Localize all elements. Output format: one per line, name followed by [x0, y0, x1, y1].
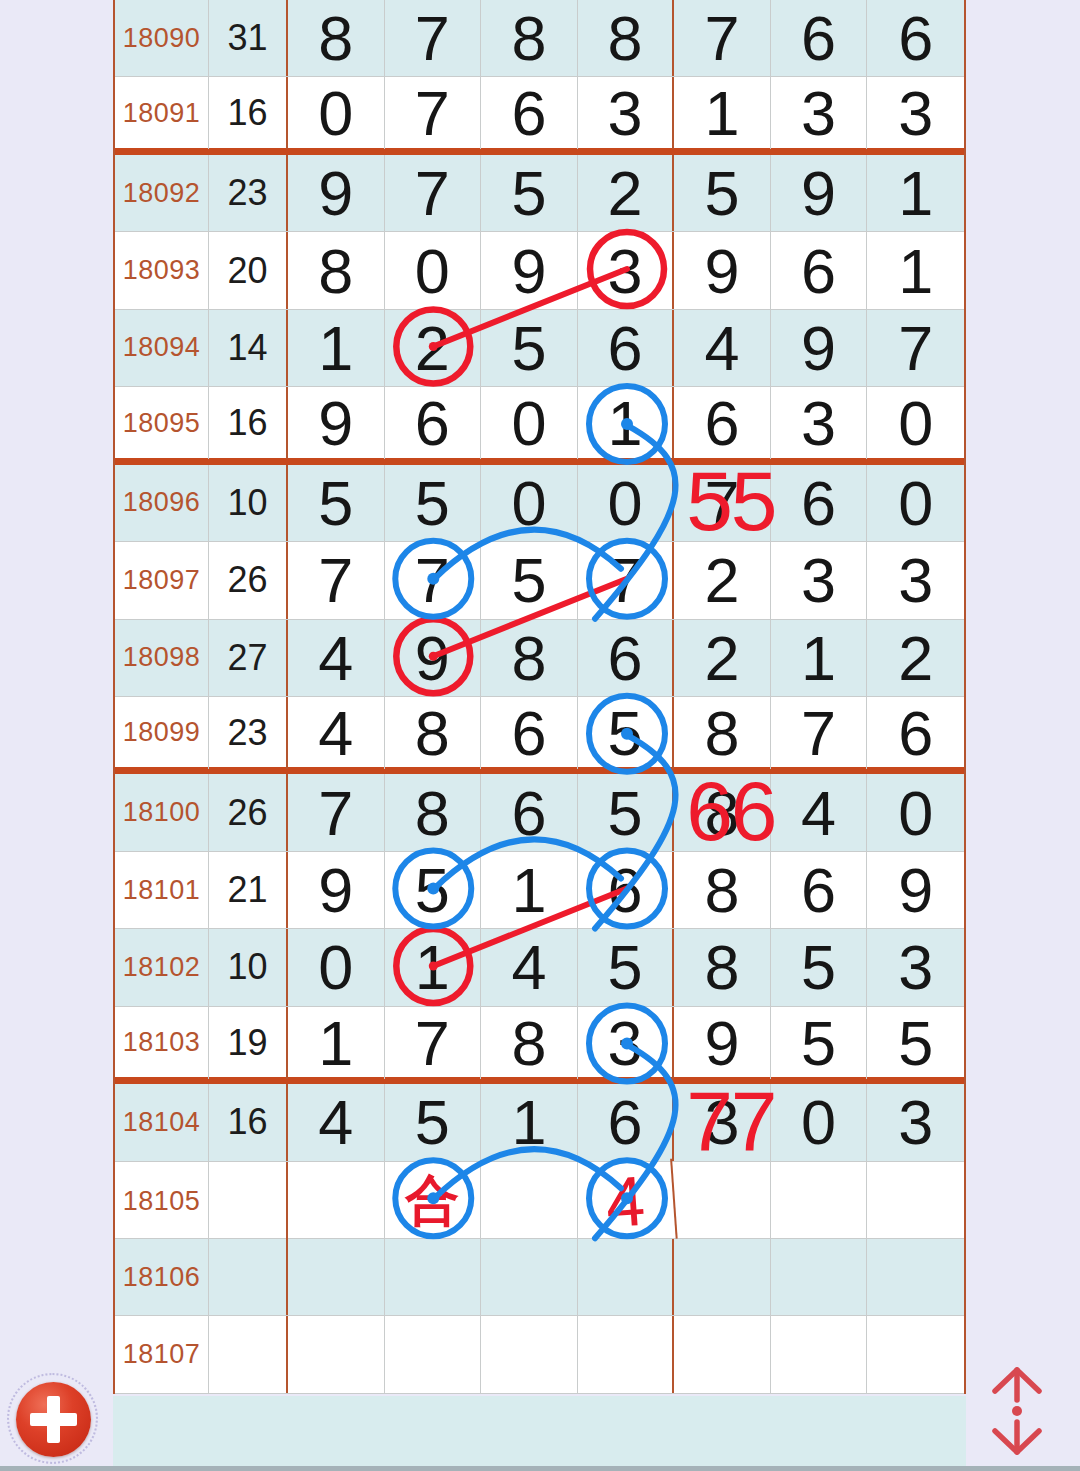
digit-cell: 5: [578, 774, 675, 850]
digit-cell: 5: [385, 852, 482, 928]
table-row: 18094141256497: [115, 310, 964, 387]
digit-cell: 9: [771, 310, 868, 386]
digit-cell: 7: [385, 77, 482, 149]
digit-cell: 6: [481, 774, 578, 850]
digit-cell: 1: [288, 1007, 385, 1079]
digit-cell: 7: [674, 465, 771, 541]
digit-cell: [481, 1239, 578, 1315]
digit-cell: 6: [578, 852, 675, 928]
digit-cell: 6: [674, 387, 771, 459]
digit-cell: [674, 1162, 771, 1242]
sum-cell: 16: [209, 1084, 288, 1160]
digit-cell: [674, 1316, 771, 1392]
table-row: 18100267865840: [115, 774, 964, 851]
digit-cell: 0: [771, 1084, 868, 1160]
digit-cell: 0: [385, 232, 482, 308]
down-arrow-icon: [995, 1422, 1039, 1452]
digit-cell: 3: [578, 232, 675, 308]
digit-cell: 3: [867, 929, 964, 1005]
digit-cell: 5: [674, 155, 771, 231]
digit-cell: 3: [674, 1084, 771, 1160]
digit-cell: [385, 1239, 482, 1315]
digit-cell: 8: [578, 0, 675, 76]
period-cell: 18106: [115, 1239, 209, 1315]
digit-cell: 2: [867, 620, 964, 696]
table-row: 18102100145853: [115, 929, 964, 1006]
digit-cell: 9: [674, 1007, 771, 1079]
digit-cell: 4: [481, 929, 578, 1005]
period-cell: 18097: [115, 542, 209, 618]
trend-table: 1809031878876618091160763133180922397525…: [113, 0, 966, 1394]
sum-cell: 23: [209, 155, 288, 231]
digit-cell: 3: [578, 1007, 675, 1079]
table-row: 18095169601630: [115, 387, 964, 464]
table-row: 18096105500760: [115, 465, 964, 542]
digit-cell: 5: [578, 697, 675, 769]
digit-cell: 0: [867, 387, 964, 459]
sum-cell: [209, 1316, 288, 1392]
digit-cell: 6: [771, 465, 868, 541]
digit-cell: 1: [674, 77, 771, 149]
digit-cell: 7: [385, 155, 482, 231]
sum-cell: [209, 1162, 288, 1242]
period-cell: 18090: [115, 0, 209, 76]
sum-cell: 31: [209, 0, 288, 76]
digit-cell: 8: [674, 929, 771, 1005]
digit-cell: 0: [288, 77, 385, 149]
digit-cell: 0: [867, 774, 964, 850]
period-cell: 18092: [115, 155, 209, 231]
digit-cell: 2: [385, 310, 482, 386]
digit-cell: [867, 1316, 964, 1392]
sum-cell: 16: [209, 77, 288, 149]
digit-cell: 8: [481, 620, 578, 696]
digit-cell: 0: [481, 387, 578, 459]
period-cell: 18091: [115, 77, 209, 149]
digit-cell: 9: [674, 232, 771, 308]
digit-cell: 5: [481, 310, 578, 386]
sum-cell: 16: [209, 387, 288, 459]
digit-cell: [771, 1162, 868, 1242]
digit-cell: 4: [288, 697, 385, 769]
digit-cell: 8: [288, 0, 385, 76]
digit-cell: 6: [578, 310, 675, 386]
digit-cell: 6: [771, 852, 868, 928]
digit-cell: 4: [288, 1084, 385, 1160]
digit-cell: 7: [385, 1007, 482, 1079]
period-cell: 18093: [115, 232, 209, 308]
table-row: 18098274986212: [115, 620, 964, 697]
digit-cell: 9: [385, 620, 482, 696]
digit-cell: 1: [771, 620, 868, 696]
period-cell: 18098: [115, 620, 209, 696]
digit-cell: 6: [481, 77, 578, 149]
digit-cell: 6: [771, 0, 868, 76]
digit-cell: [674, 1239, 771, 1315]
digit-cell: 5: [385, 1084, 482, 1160]
digit-cell: 1: [288, 310, 385, 386]
digit-cell: 6: [867, 0, 964, 76]
digit-cell: 4: [674, 310, 771, 386]
digit-cell: 5: [771, 929, 868, 1005]
lottery-trend-page: 1809031878876618091160763133180922397525…: [0, 0, 1080, 1471]
digit-cell: 8: [481, 0, 578, 76]
digit-cell: [288, 1162, 385, 1242]
digit-cell: 3: [771, 387, 868, 459]
table-row: 18105合4: [115, 1162, 964, 1239]
digit-cell: [578, 1316, 675, 1392]
table-row: 18099234865876: [115, 697, 964, 774]
table-row: 18104164516303: [115, 1084, 964, 1161]
digit-cell: 3: [867, 542, 964, 618]
digit-cell: 1: [385, 929, 482, 1005]
digit-cell: 8: [385, 774, 482, 850]
digit-cell: 6: [578, 620, 675, 696]
digit-cell: 6: [867, 697, 964, 769]
digit-cell: 1: [867, 155, 964, 231]
digit-cell: 8: [481, 1007, 578, 1079]
period-cell: 18095: [115, 387, 209, 459]
sum-cell: 20: [209, 232, 288, 308]
table-row: 18106: [115, 1239, 964, 1316]
digit-cell: 5: [867, 1007, 964, 1079]
table-row: 18101219516869: [115, 852, 964, 929]
period-cell: 18096: [115, 465, 209, 541]
digit-cell: 1: [578, 387, 675, 459]
digit-cell: 7: [674, 0, 771, 76]
digit-cell: 7: [578, 542, 675, 618]
digit-cell: 5: [578, 929, 675, 1005]
digit-cell: [481, 1316, 578, 1392]
table-row: 18090318788766: [115, 0, 964, 77]
sum-cell: 23: [209, 697, 288, 769]
digit-cell: 8: [674, 852, 771, 928]
digit-cell: 9: [288, 155, 385, 231]
digit-cell: 4: [288, 620, 385, 696]
period-cell: 18100: [115, 774, 209, 850]
table-row: 18107: [115, 1316, 964, 1393]
bottom-strip: [113, 1396, 966, 1466]
digit-cell: 3: [771, 77, 868, 149]
digit-cell: 6: [481, 697, 578, 769]
digit-cell: 5: [771, 1007, 868, 1079]
digit-cell: 9: [288, 387, 385, 459]
digit-cell: 9: [771, 155, 868, 231]
digit-cell: 8: [385, 697, 482, 769]
sum-cell: 14: [209, 310, 288, 386]
digit-cell: 7: [385, 542, 482, 618]
digit-cell: 2: [674, 620, 771, 696]
digit-cell: [771, 1239, 868, 1315]
digit-cell: [771, 1316, 868, 1392]
digit-cell: 0: [578, 465, 675, 541]
digit-cell: 9: [481, 232, 578, 308]
digit-cell: 5: [481, 155, 578, 231]
digit-cell: 0: [481, 465, 578, 541]
scroll-arrows[interactable]: [983, 1362, 1053, 1458]
period-cell: 18101: [115, 852, 209, 928]
table-row: 18091160763133: [115, 77, 964, 154]
digit-cell: 3: [867, 1084, 964, 1160]
sum-cell: 26: [209, 542, 288, 618]
digit-cell: [481, 1162, 578, 1242]
digit-cell: [385, 1316, 482, 1392]
digit-cell: 合: [385, 1162, 482, 1242]
table-row: 18093208093961: [115, 232, 964, 309]
digit-cell: 4: [575, 1158, 677, 1245]
up-arrow-icon: [995, 1370, 1039, 1400]
period-cell: 18105: [115, 1162, 209, 1242]
digit-cell: 0: [288, 929, 385, 1005]
period-cell: 18103: [115, 1007, 209, 1079]
digit-cell: 6: [385, 387, 482, 459]
digit-cell: 7: [385, 0, 482, 76]
digit-cell: 5: [385, 465, 482, 541]
sum-cell: 26: [209, 774, 288, 850]
sum-cell: 21: [209, 852, 288, 928]
digit-cell: 8: [674, 774, 771, 850]
digit-cell: 2: [578, 155, 675, 231]
digit-cell: 9: [867, 852, 964, 928]
sum-cell: 27: [209, 620, 288, 696]
sum-cell: [209, 1239, 288, 1315]
add-button[interactable]: [16, 1382, 91, 1457]
plus-icon: [47, 1396, 60, 1443]
bottom-edge-bar: [0, 1466, 1080, 1471]
digit-cell: 3: [578, 77, 675, 149]
digit-cell: 5: [481, 542, 578, 618]
digit-cell: 1: [481, 852, 578, 928]
table-row: 18092239752591: [115, 155, 964, 232]
digit-cell: 2: [674, 542, 771, 618]
table-row: 18097267757233: [115, 542, 964, 619]
digit-cell: 8: [288, 232, 385, 308]
digit-cell: 6: [771, 232, 868, 308]
digit-cell: [867, 1239, 964, 1315]
digit-cell: 0: [867, 465, 964, 541]
period-cell: 18104: [115, 1084, 209, 1160]
period-cell: 18107: [115, 1316, 209, 1392]
digit-cell: 9: [288, 852, 385, 928]
digit-cell: 7: [867, 310, 964, 386]
digit-cell: 7: [771, 697, 868, 769]
digit-cell: [867, 1162, 964, 1242]
digit-cell: 3: [867, 77, 964, 149]
digit-cell: [288, 1316, 385, 1392]
period-cell: 18099: [115, 697, 209, 769]
digit-cell: 1: [867, 232, 964, 308]
sum-cell: 10: [209, 929, 288, 1005]
digit-cell: 4: [771, 774, 868, 850]
digit-cell: 8: [674, 697, 771, 769]
period-cell: 18102: [115, 929, 209, 1005]
digit-cell: 1: [481, 1084, 578, 1160]
sum-cell: 10: [209, 465, 288, 541]
period-cell: 18094: [115, 310, 209, 386]
digit-cell: 7: [288, 542, 385, 618]
digit-cell: 5: [288, 465, 385, 541]
sum-cell: 19: [209, 1007, 288, 1079]
digit-cell: [578, 1239, 675, 1315]
scroll-dot: [1012, 1406, 1022, 1416]
digit-cell: [288, 1239, 385, 1315]
digit-cell: 6: [578, 1084, 675, 1160]
digit-cell: 7: [288, 774, 385, 850]
table-row: 18103191783955: [115, 1007, 964, 1084]
digit-cell: 3: [771, 542, 868, 618]
